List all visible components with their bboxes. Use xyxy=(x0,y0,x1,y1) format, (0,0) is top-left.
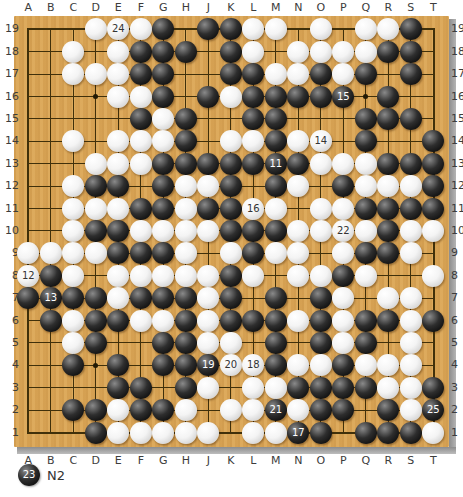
stone-black-S17[interactable] xyxy=(400,63,422,85)
column-label-top: Q xyxy=(358,2,374,14)
stone-white-F14[interactable] xyxy=(130,130,152,152)
stone-black-O5[interactable] xyxy=(310,332,332,354)
stone-move-number: 22 xyxy=(337,226,350,236)
stone-white-P11[interactable] xyxy=(332,198,354,220)
stone-move-number: 25 xyxy=(427,405,440,415)
stone-move-number: 17 xyxy=(292,428,305,438)
stone-black-H5[interactable] xyxy=(175,332,197,354)
stone-black-G13[interactable] xyxy=(152,153,174,175)
stone-white-S12[interactable] xyxy=(400,175,422,197)
stone-white-O13[interactable] xyxy=(310,153,332,175)
stone-white-M11[interactable] xyxy=(265,198,287,220)
row-label-right: 17 xyxy=(451,68,463,80)
stone-white-O11[interactable] xyxy=(310,198,332,220)
stone-white-L18[interactable] xyxy=(242,41,264,63)
row-label-left: 8 xyxy=(0,270,19,282)
stone-white-K5[interactable] xyxy=(220,332,242,354)
stone-white-P6[interactable] xyxy=(332,310,354,332)
row-label-left: 1 xyxy=(0,427,19,439)
stone-white-P13[interactable] xyxy=(332,153,354,175)
column-label-top: N xyxy=(290,2,306,14)
stone-black-L16[interactable] xyxy=(242,86,264,108)
stone-white-S2[interactable] xyxy=(400,399,422,421)
stone-white-O19[interactable] xyxy=(310,18,332,40)
row-label-right: 9 xyxy=(451,247,463,259)
stone-white-F19[interactable] xyxy=(130,18,152,40)
stone-black-H14[interactable] xyxy=(175,130,197,152)
stone-white-L11[interactable]: 16 xyxy=(242,198,264,220)
row-label-right: 2 xyxy=(451,404,463,416)
stone-white-F1[interactable] xyxy=(130,422,152,444)
stone-black-D10[interactable] xyxy=(85,220,107,242)
stone-white-D17[interactable] xyxy=(85,63,107,85)
stone-move-number: 11 xyxy=(269,159,282,169)
stone-white-J8[interactable] xyxy=(197,265,219,287)
row-label-left: 19 xyxy=(0,23,19,35)
stone-white-D9[interactable] xyxy=(85,242,107,264)
stone-move-number: 18 xyxy=(247,360,260,370)
stone-black-M15[interactable] xyxy=(265,108,287,130)
column-label-top: B xyxy=(43,2,59,14)
stone-white-Q12[interactable] xyxy=(355,175,377,197)
stone-black-M10[interactable] xyxy=(265,220,287,242)
stone-black-O2[interactable] xyxy=(310,399,332,421)
stone-white-D13[interactable] xyxy=(85,153,107,175)
stone-white-H8[interactable] xyxy=(175,265,197,287)
stone-black-H7[interactable] xyxy=(175,287,197,309)
row-label-left: 4 xyxy=(0,359,19,371)
stone-black-T6[interactable] xyxy=(422,310,444,332)
stone-black-H15[interactable] xyxy=(175,108,197,130)
stone-black-M4[interactable] xyxy=(265,354,287,376)
stone-black-R11[interactable] xyxy=(377,198,399,220)
column-label-bottom: H xyxy=(178,455,194,467)
stone-black-E6[interactable] xyxy=(107,310,129,332)
stone-black-Q3[interactable] xyxy=(355,377,377,399)
stone-white-M19[interactable] xyxy=(265,18,287,40)
stone-move-number: 13 xyxy=(44,293,57,303)
stone-white-C11[interactable] xyxy=(62,198,84,220)
stone-black-T3[interactable] xyxy=(422,377,444,399)
stone-black-O3[interactable] xyxy=(310,377,332,399)
stone-white-E1[interactable] xyxy=(107,422,129,444)
row-label-right: 7 xyxy=(451,292,463,304)
stone-black-M13[interactable]: 11 xyxy=(265,153,287,175)
stone-black-R18[interactable] xyxy=(377,41,399,63)
column-label-bottom: R xyxy=(380,455,396,467)
stone-white-H12[interactable] xyxy=(175,175,197,197)
column-label-top: F xyxy=(133,2,149,14)
row-label-right: 3 xyxy=(451,382,463,394)
row-label-right: 12 xyxy=(451,180,463,192)
stone-black-R6[interactable] xyxy=(377,310,399,332)
stone-black-K6[interactable] xyxy=(220,310,242,332)
stone-white-E11[interactable] xyxy=(107,198,129,220)
stone-white-H10[interactable] xyxy=(175,220,197,242)
stone-black-S11[interactable] xyxy=(400,198,422,220)
stone-white-O18[interactable] xyxy=(310,41,332,63)
stone-white-O8[interactable] xyxy=(310,265,332,287)
stone-black-G11[interactable] xyxy=(152,198,174,220)
stone-white-S9[interactable] xyxy=(400,242,422,264)
stone-black-K7[interactable] xyxy=(220,287,242,309)
row-label-left: 18 xyxy=(0,46,19,58)
row-label-right: 16 xyxy=(451,91,463,103)
stone-white-L8[interactable] xyxy=(242,265,264,287)
row-label-left: 12 xyxy=(0,180,19,192)
stone-black-S18[interactable] xyxy=(400,41,422,63)
stone-black-M6[interactable] xyxy=(265,310,287,332)
stone-black-L13[interactable] xyxy=(242,153,264,175)
stone-white-S4[interactable] xyxy=(400,354,422,376)
stone-black-L6[interactable] xyxy=(242,310,264,332)
stone-white-S3[interactable] xyxy=(400,377,422,399)
stone-black-G16[interactable] xyxy=(152,86,174,108)
stone-black-D1[interactable] xyxy=(85,422,107,444)
stone-move-number: 14 xyxy=(314,136,327,146)
stone-black-D6[interactable] xyxy=(85,310,107,332)
column-label-bottom: L xyxy=(245,455,261,467)
stone-move-number: 21 xyxy=(269,405,282,415)
stone-black-K12[interactable] xyxy=(220,175,242,197)
stone-white-E8[interactable] xyxy=(107,265,129,287)
stone-black-F3[interactable] xyxy=(130,377,152,399)
column-label-bottom: C xyxy=(65,455,81,467)
column-label-bottom: K xyxy=(223,455,239,467)
column-label-bottom: E xyxy=(110,455,126,467)
stone-white-C18[interactable] xyxy=(62,41,84,63)
column-label-top: J xyxy=(200,2,216,14)
caption: 23 N2 xyxy=(18,464,65,486)
stone-black-Q14[interactable] xyxy=(355,130,377,152)
stone-black-M7[interactable] xyxy=(265,287,287,309)
stone-black-P16[interactable]: 15 xyxy=(332,86,354,108)
stone-black-P8[interactable] xyxy=(332,265,354,287)
stone-black-Q11[interactable] xyxy=(355,198,377,220)
stone-black-R16[interactable] xyxy=(377,86,399,108)
caption-move-stone: 23 xyxy=(18,464,40,486)
stone-move-number: 15 xyxy=(337,92,350,102)
row-label-right: 18 xyxy=(451,46,463,58)
row-label-right: 15 xyxy=(451,113,463,125)
stone-black-K8[interactable] xyxy=(220,265,242,287)
stone-white-G8[interactable] xyxy=(152,265,174,287)
stone-black-B6[interactable] xyxy=(40,310,62,332)
stone-white-D11[interactable] xyxy=(85,198,107,220)
column-label-top: P xyxy=(335,2,351,14)
column-label-top: D xyxy=(88,2,104,14)
stone-black-S15[interactable] xyxy=(400,108,422,130)
stone-white-B9[interactable] xyxy=(40,242,62,264)
stone-black-K11[interactable] xyxy=(220,198,242,220)
stone-white-K4[interactable]: 20 xyxy=(220,354,242,376)
stone-black-F7[interactable] xyxy=(130,287,152,309)
stone-black-H18[interactable] xyxy=(175,41,197,63)
column-label-top: T xyxy=(425,2,441,14)
stone-black-M2[interactable]: 21 xyxy=(265,399,287,421)
stone-white-A8[interactable]: 12 xyxy=(17,265,39,287)
row-label-left: 2 xyxy=(0,404,19,416)
stone-black-M5[interactable] xyxy=(265,332,287,354)
stone-white-H1[interactable] xyxy=(175,422,197,444)
stone-black-F9[interactable] xyxy=(130,242,152,264)
column-label-top: C xyxy=(65,2,81,14)
row-label-right: 10 xyxy=(451,225,463,237)
row-label-left: 3 xyxy=(0,382,19,394)
stone-white-Q18[interactable] xyxy=(355,41,377,63)
row-label-right: 13 xyxy=(451,158,463,170)
column-label-top: R xyxy=(380,2,396,14)
stone-move-number: 19 xyxy=(202,360,215,370)
stone-white-S7[interactable] xyxy=(400,287,422,309)
stone-black-R13[interactable] xyxy=(377,153,399,175)
column-label-top: O xyxy=(313,2,329,14)
stone-white-Q8[interactable] xyxy=(355,265,377,287)
stone-black-H4[interactable] xyxy=(175,354,197,376)
stone-white-F8[interactable] xyxy=(130,265,152,287)
stone-white-G1[interactable] xyxy=(152,422,174,444)
stone-black-D2[interactable] xyxy=(85,399,107,421)
row-label-right: 5 xyxy=(451,337,463,349)
stone-black-S1[interactable] xyxy=(400,422,422,444)
column-label-bottom: P xyxy=(335,455,351,467)
stone-white-H2[interactable] xyxy=(175,399,197,421)
stone-black-R1[interactable] xyxy=(377,422,399,444)
column-label-top: G xyxy=(155,2,171,14)
row-label-left: 14 xyxy=(0,135,19,147)
column-label-top: E xyxy=(110,2,126,14)
stone-black-Q15[interactable] xyxy=(355,108,377,130)
stone-white-K9[interactable] xyxy=(220,242,242,264)
stone-white-C8[interactable] xyxy=(62,265,84,287)
column-label-bottom: J xyxy=(200,455,216,467)
stone-white-J6[interactable] xyxy=(197,310,219,332)
stone-black-F11[interactable] xyxy=(130,198,152,220)
stone-white-H11[interactable] xyxy=(175,198,197,220)
stone-white-H9[interactable] xyxy=(175,242,197,264)
stone-black-K18[interactable] xyxy=(220,41,242,63)
stone-black-K19[interactable] xyxy=(220,18,242,40)
column-label-bottom: T xyxy=(425,455,441,467)
row-label-left: 5 xyxy=(0,337,19,349)
stone-white-K16[interactable] xyxy=(220,86,242,108)
stone-white-K14[interactable] xyxy=(220,130,242,152)
stone-black-F18[interactable] xyxy=(130,41,152,63)
stone-black-O7[interactable] xyxy=(310,287,332,309)
caption-coordinate: N2 xyxy=(47,468,65,483)
column-label-bottom: G xyxy=(155,455,171,467)
column-label-top: H xyxy=(178,2,194,14)
row-label-left: 11 xyxy=(0,203,19,215)
stone-white-E18[interactable] xyxy=(107,41,129,63)
stone-white-J1[interactable] xyxy=(197,422,219,444)
stone-black-K17[interactable] xyxy=(220,63,242,85)
stone-white-Q4[interactable] xyxy=(355,354,377,376)
stone-white-S10[interactable] xyxy=(400,220,422,242)
stone-black-N13[interactable] xyxy=(287,153,309,175)
stone-black-J11[interactable] xyxy=(197,198,219,220)
stone-white-L3[interactable] xyxy=(242,377,264,399)
stone-black-B8[interactable] xyxy=(40,265,62,287)
stone-white-C6[interactable] xyxy=(62,310,84,332)
stone-white-M9[interactable] xyxy=(265,242,287,264)
stone-black-Q17[interactable] xyxy=(355,63,377,85)
stone-white-S6[interactable] xyxy=(400,310,422,332)
stone-black-N3[interactable] xyxy=(287,377,309,399)
stone-black-N16[interactable] xyxy=(287,86,309,108)
stone-black-O17[interactable] xyxy=(310,63,332,85)
row-label-left: 17 xyxy=(0,68,19,80)
stone-white-S5[interactable] xyxy=(400,332,422,354)
stone-black-Q9[interactable] xyxy=(355,242,377,264)
stone-move-number: 16 xyxy=(247,204,260,214)
stone-white-D19[interactable] xyxy=(85,18,107,40)
caption-move-number: 23 xyxy=(23,470,36,480)
stone-black-J13[interactable] xyxy=(197,153,219,175)
row-label-right: 6 xyxy=(451,315,463,327)
row-label-left: 10 xyxy=(0,225,19,237)
row-label-left: 6 xyxy=(0,315,19,327)
stone-white-Q10[interactable] xyxy=(355,220,377,242)
stone-black-Q1[interactable] xyxy=(355,422,377,444)
stone-white-E13[interactable] xyxy=(107,153,129,175)
row-label-left: 15 xyxy=(0,113,19,125)
stone-white-L1[interactable] xyxy=(242,422,264,444)
stone-white-J3[interactable] xyxy=(197,377,219,399)
stone-black-Q6[interactable] xyxy=(355,310,377,332)
stone-black-T13[interactable] xyxy=(422,153,444,175)
stone-white-T8[interactable] xyxy=(422,265,444,287)
board-edge-bottom xyxy=(17,447,456,454)
column-label-top: K xyxy=(223,2,239,14)
column-label-bottom: Q xyxy=(358,455,374,467)
stone-black-D12[interactable] xyxy=(85,175,107,197)
row-label-left: 7 xyxy=(0,292,19,304)
row-label-right: 11 xyxy=(451,203,463,215)
stone-white-F10[interactable] xyxy=(130,220,152,242)
row-label-right: 14 xyxy=(451,135,463,147)
row-label-right: 1 xyxy=(451,427,463,439)
stone-white-N6[interactable] xyxy=(287,310,309,332)
stone-white-E16[interactable] xyxy=(107,86,129,108)
stone-black-Q5[interactable] xyxy=(355,332,377,354)
stone-white-O10[interactable] xyxy=(310,220,332,242)
column-label-bottom: D xyxy=(88,455,104,467)
row-label-right: 8 xyxy=(451,270,463,282)
stone-white-O4[interactable] xyxy=(310,354,332,376)
stone-black-O6[interactable] xyxy=(310,310,332,332)
stone-black-O16[interactable] xyxy=(310,86,332,108)
stone-white-Q19[interactable] xyxy=(355,18,377,40)
column-label-top: M xyxy=(268,2,284,14)
stone-white-F13[interactable] xyxy=(130,153,152,175)
row-label-left: 16 xyxy=(0,91,19,103)
stone-black-E3[interactable] xyxy=(107,377,129,399)
stone-move-number: 12 xyxy=(22,271,35,281)
row-label-left: 13 xyxy=(0,158,19,170)
stone-black-H6[interactable] xyxy=(175,310,197,332)
stone-black-N1[interactable]: 17 xyxy=(287,422,309,444)
stone-black-M12[interactable] xyxy=(265,175,287,197)
stone-move-number: 20 xyxy=(224,360,237,370)
column-label-bottom: N xyxy=(290,455,306,467)
column-label-bottom: O xyxy=(313,455,329,467)
stone-black-M16[interactable] xyxy=(265,86,287,108)
column-label-bottom: S xyxy=(403,455,419,467)
stone-black-J16[interactable] xyxy=(197,86,219,108)
go-diagram: AABBCCDDEEFFGGHHJJKKLLMMNNOOPPQQRRSSTT19… xyxy=(0,0,463,497)
stone-white-M1[interactable] xyxy=(265,422,287,444)
stone-black-F15[interactable] xyxy=(130,108,152,130)
stone-white-P18[interactable] xyxy=(332,41,354,63)
stone-white-R3[interactable] xyxy=(377,377,399,399)
stone-white-Q13[interactable] xyxy=(355,153,377,175)
stone-black-M14[interactable] xyxy=(265,130,287,152)
column-label-top: S xyxy=(403,2,419,14)
stone-black-S13[interactable] xyxy=(400,153,422,175)
stone-black-H3[interactable] xyxy=(175,377,197,399)
stone-black-F17[interactable] xyxy=(130,63,152,85)
stone-white-F16[interactable] xyxy=(130,86,152,108)
stone-black-K10[interactable] xyxy=(220,220,242,242)
stone-white-G6[interactable] xyxy=(152,310,174,332)
stone-black-P3[interactable] xyxy=(332,377,354,399)
stone-black-B7[interactable]: 13 xyxy=(40,287,62,309)
stone-move-number: 24 xyxy=(112,24,125,34)
stone-white-M17[interactable] xyxy=(265,63,287,85)
stone-white-F6[interactable] xyxy=(130,310,152,332)
stone-white-M3[interactable] xyxy=(265,377,287,399)
stone-white-K2[interactable] xyxy=(220,399,242,421)
stone-black-K13[interactable] xyxy=(220,153,242,175)
row-label-right: 4 xyxy=(451,359,463,371)
stone-black-D7[interactable] xyxy=(85,287,107,309)
column-label-bottom: M xyxy=(268,455,284,467)
stone-black-O1[interactable] xyxy=(310,422,332,444)
stone-black-D5[interactable] xyxy=(85,332,107,354)
column-label-top: L xyxy=(245,2,261,14)
stone-white-T1[interactable] xyxy=(422,422,444,444)
stone-white-N18[interactable] xyxy=(287,41,309,63)
column-label-top: A xyxy=(20,2,36,14)
stone-white-O14[interactable]: 14 xyxy=(310,130,332,152)
stone-black-H13[interactable] xyxy=(175,153,197,175)
stone-black-S19[interactable] xyxy=(400,18,422,40)
stone-black-G18[interactable] xyxy=(152,41,174,63)
row-label-left: 9 xyxy=(0,247,19,259)
stone-black-T11[interactable] xyxy=(422,198,444,220)
column-label-bottom: F xyxy=(133,455,149,467)
stone-white-N8[interactable] xyxy=(287,265,309,287)
stone-black-F2[interactable] xyxy=(130,399,152,421)
row-label-right: 19 xyxy=(451,23,463,35)
